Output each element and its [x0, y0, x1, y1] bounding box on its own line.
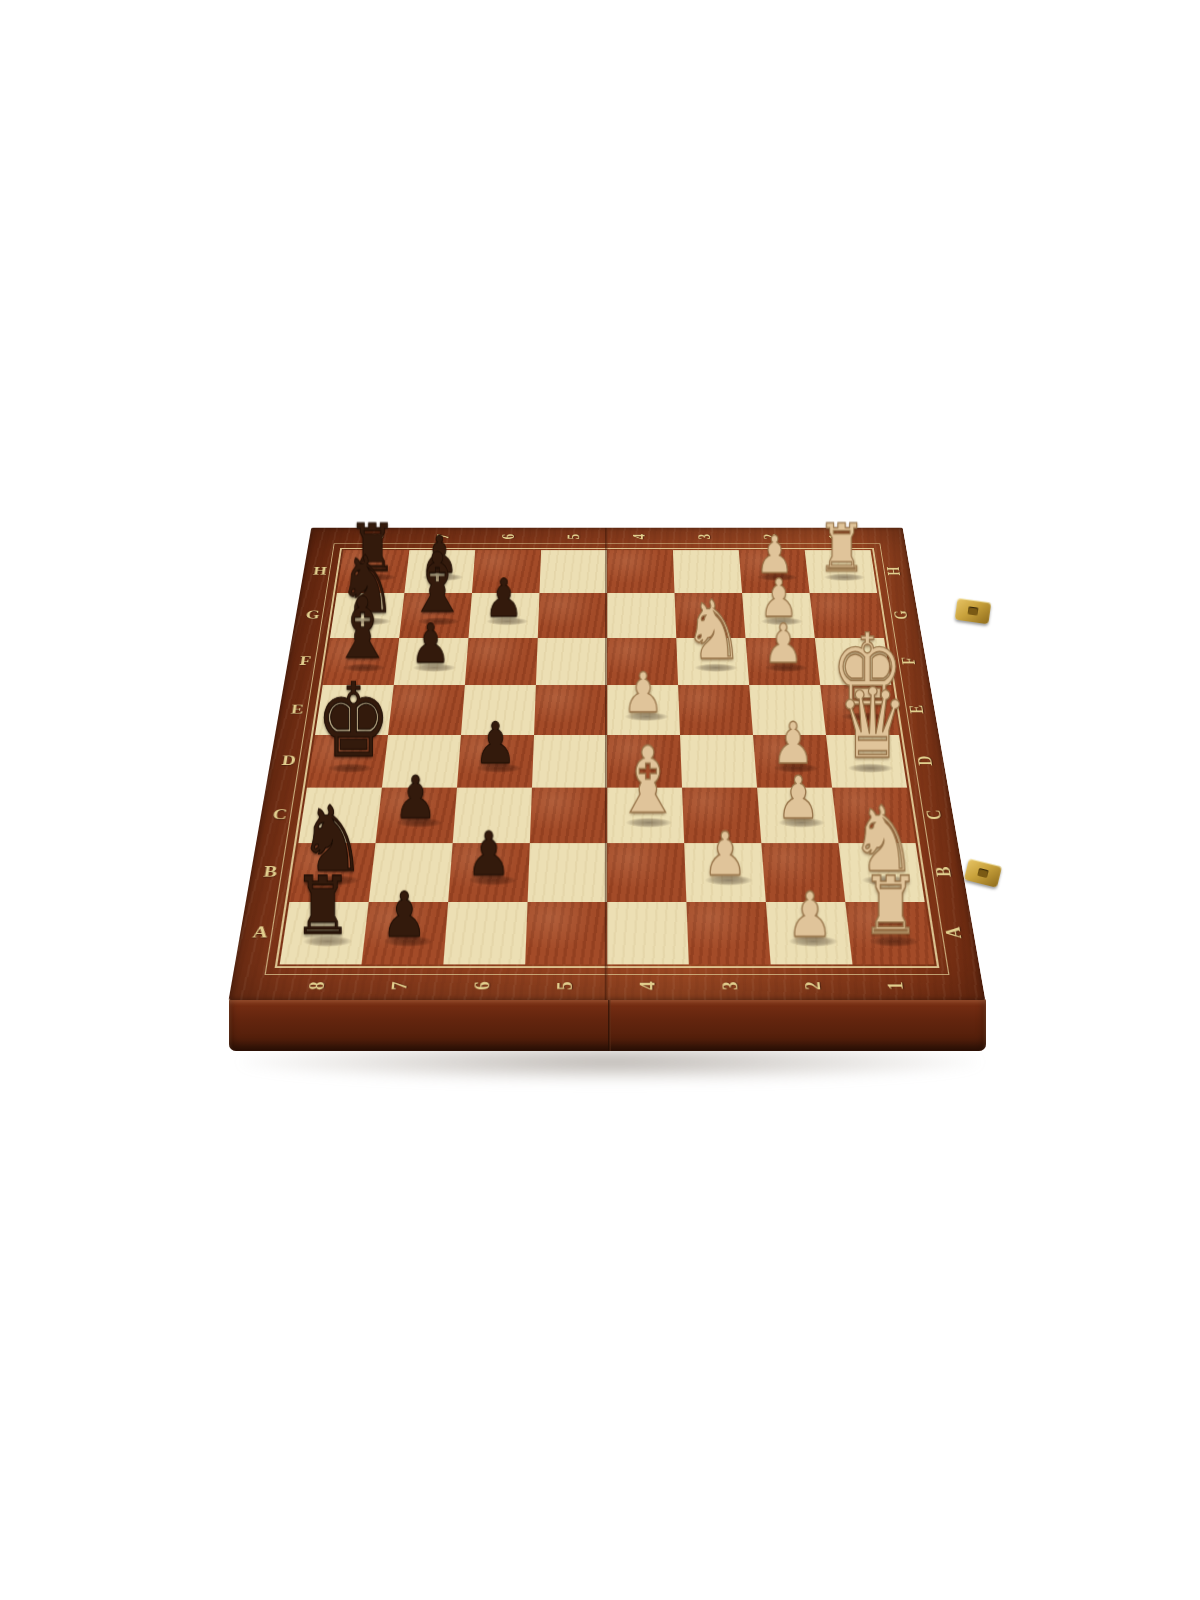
square-g7	[399, 593, 472, 638]
square-c4	[607, 788, 684, 844]
square-a1	[845, 902, 934, 964]
square-e6	[461, 685, 536, 735]
rank-label-bottom-7: 7	[385, 975, 414, 997]
brass-clasp-icon	[955, 598, 992, 625]
chess-board: HGFEDCBAHGFEDCBA8765432187654321 ♜♞♚♝♞♜♟…	[229, 528, 986, 1001]
rank-label-top-7: 7	[432, 530, 455, 543]
square-e5	[534, 685, 607, 735]
shadow-b3	[705, 875, 753, 886]
rank-label-top-3: 3	[694, 530, 716, 543]
square-b5	[528, 843, 607, 902]
square-d8	[307, 735, 388, 788]
square-f7	[394, 638, 469, 685]
file-label-left-D: D	[275, 752, 302, 769]
square-d4	[607, 735, 682, 788]
square-d2	[753, 735, 832, 788]
square-f6	[465, 638, 538, 685]
file-label-left-A: A	[245, 922, 275, 943]
square-h8	[337, 550, 409, 593]
square-f4	[607, 638, 678, 685]
file-label-right-C: C	[920, 806, 948, 824]
shadow-c4	[626, 818, 672, 828]
shadow-d6	[476, 763, 521, 772]
shadow-b6	[469, 875, 517, 886]
square-h2	[739, 550, 810, 593]
shadow-a8	[302, 936, 352, 947]
square-e7	[388, 685, 465, 735]
square-f5	[536, 638, 607, 685]
square-h4	[607, 550, 675, 593]
square-d7	[382, 735, 461, 788]
square-g3	[675, 593, 746, 638]
shadow-a2	[788, 936, 838, 947]
file-label-left-G: G	[300, 608, 325, 623]
file-label-right-D: D	[912, 752, 939, 769]
square-a7	[362, 902, 449, 964]
shadow-b1	[861, 875, 910, 886]
product-photo-canvas: HGFEDCBAHGFEDCBA8765432187654321 ♜♞♚♝♞♜♟…	[0, 0, 1200, 1600]
rank-label-top-2: 2	[759, 530, 782, 543]
square-e4	[607, 685, 680, 735]
square-a4	[607, 902, 689, 964]
square-f1	[815, 638, 892, 685]
rank-label-top-8: 8	[366, 530, 389, 543]
square-h5	[539, 550, 607, 593]
rank-label-bottom-4: 4	[634, 975, 662, 997]
file-label-left-C: C	[266, 806, 294, 824]
shadow-c2	[778, 818, 825, 828]
square-d6	[457, 735, 534, 788]
rank-label-bottom-3: 3	[716, 975, 744, 997]
square-c5	[530, 788, 607, 844]
square-b8	[289, 843, 375, 902]
square-e8	[315, 685, 394, 735]
square-b6	[448, 843, 530, 902]
square-h7	[404, 550, 475, 593]
file-label-left-E: E	[284, 701, 310, 717]
square-d1	[826, 735, 907, 788]
file-label-right-B: B	[929, 862, 958, 881]
square-b7	[369, 843, 453, 902]
rank-label-bottom-2: 2	[799, 975, 828, 997]
file-label-left-H: H	[308, 564, 332, 578]
square-f2	[746, 638, 821, 685]
square-c6	[453, 788, 532, 844]
rank-label-bottom-8: 8	[302, 975, 332, 997]
file-label-right-E: E	[904, 701, 930, 717]
playing-area	[280, 550, 935, 964]
shadow-a7	[384, 936, 434, 947]
rank-label-top-5: 5	[563, 530, 585, 543]
square-b4	[607, 843, 686, 902]
square-c1	[832, 788, 916, 844]
file-label-right-F: F	[896, 653, 922, 669]
file-label-right-H: H	[882, 564, 906, 578]
square-c7	[376, 788, 457, 844]
file-label-left-F: F	[292, 653, 318, 669]
square-a5	[525, 902, 607, 964]
square-e1	[820, 685, 899, 735]
square-c3	[682, 788, 761, 844]
square-g6	[468, 593, 539, 638]
square-h1	[805, 550, 877, 593]
square-a2	[766, 902, 853, 964]
rank-label-bottom-6: 6	[468, 975, 496, 997]
square-b1	[838, 843, 924, 902]
shadow-c7	[396, 818, 443, 828]
rank-label-bottom-1: 1	[881, 975, 911, 997]
board-scene: HGFEDCBAHGFEDCBA8765432187654321 ♜♞♚♝♞♜♟…	[275, 403, 939, 1067]
square-f3	[676, 638, 749, 685]
square-e3	[678, 685, 753, 735]
file-label-right-A: A	[939, 922, 969, 943]
shadow-d2	[773, 763, 819, 772]
square-g1	[810, 593, 884, 638]
rank-label-top-4: 4	[628, 530, 650, 543]
board-face: HGFEDCBAHGFEDCBA8765432187654321	[229, 528, 986, 1001]
square-b3	[684, 843, 766, 902]
rank-label-top-1: 1	[824, 530, 847, 543]
square-e2	[749, 685, 826, 735]
rank-label-bottom-5: 5	[551, 975, 579, 997]
square-c2	[757, 788, 838, 844]
file-label-left-B: B	[256, 862, 285, 881]
shadow-d1	[848, 763, 894, 772]
shadow-b8	[311, 875, 360, 886]
brass-clasp-icon	[964, 858, 1002, 888]
square-g8	[330, 593, 404, 638]
square-g5	[538, 593, 607, 638]
square-h3	[673, 550, 742, 593]
square-h6	[472, 550, 541, 593]
square-d3	[680, 735, 757, 788]
square-a8	[280, 902, 369, 964]
square-g2	[742, 593, 815, 638]
file-label-right-G: G	[889, 608, 914, 623]
square-d5	[532, 735, 607, 788]
square-f8	[323, 638, 400, 685]
shadow-d8	[328, 763, 374, 772]
square-a3	[686, 902, 770, 964]
square-c8	[298, 788, 382, 844]
square-b2	[761, 843, 845, 902]
shadow-a1	[869, 936, 919, 947]
square-a6	[443, 902, 527, 964]
rank-label-top-6: 6	[497, 530, 519, 543]
square-g4	[607, 593, 676, 638]
